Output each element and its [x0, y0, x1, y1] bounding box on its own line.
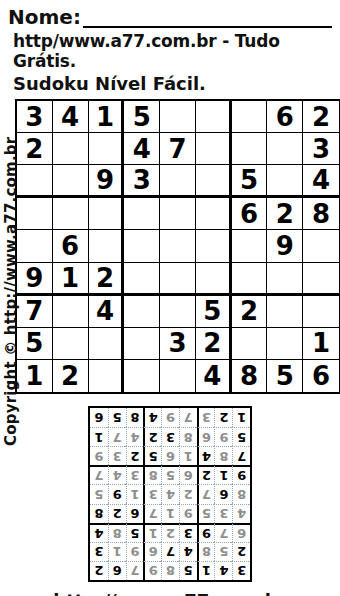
cell-r6c4[interactable]: [124, 263, 160, 296]
cell-r1c3[interactable]: 1: [89, 101, 125, 133]
solution-cell-r6c5: 5: [161, 465, 179, 484]
solution-cell-r1c8: 6: [108, 561, 126, 580]
cell-r1c6[interactable]: [196, 101, 232, 133]
cell-r7c3[interactable]: 4: [89, 296, 125, 328]
solution-grid: 3415897622584769136793215844359176288672…: [88, 406, 252, 582]
cell-r7c6[interactable]: 5: [196, 296, 232, 328]
solution-cell-r3c2: 7: [214, 523, 232, 542]
cell-r6c9[interactable]: [303, 263, 339, 296]
cell-r5c3[interactable]: [89, 230, 125, 262]
solution-cell-r7c7: 2: [126, 446, 144, 465]
solution-cell-r4c7: 6: [126, 504, 144, 523]
solution-cell-r9c5: 9: [161, 408, 179, 427]
solution-cell-r6c6: 8: [143, 465, 161, 484]
solution-cell-r4c6: 7: [143, 504, 161, 523]
solution-cell-r6c7: 3: [126, 465, 144, 484]
cell-r1c2[interactable]: 4: [53, 101, 89, 133]
cell-r5c1[interactable]: [17, 230, 53, 262]
cell-r9c5[interactable]: [160, 360, 196, 392]
cell-r6c7[interactable]: [232, 263, 268, 296]
cell-r4c7[interactable]: 6: [232, 198, 268, 230]
cell-r5c5[interactable]: [160, 230, 196, 262]
solution-cell-r3c5: 2: [161, 523, 179, 542]
cell-r3c1[interactable]: [17, 165, 53, 198]
solution-cell-r1c1: 3: [232, 561, 250, 580]
solution-cell-r8c1: 5: [232, 427, 250, 446]
name-label: Nome:: [8, 6, 81, 28]
solution-cell-r3c8: 8: [108, 523, 126, 542]
solution-cell-r5c9: 5: [90, 484, 108, 503]
solution-cell-r8c3: 6: [197, 427, 215, 446]
cell-r8c6[interactable]: 2: [196, 328, 232, 360]
solution-cell-r2c7: 9: [126, 542, 144, 561]
solution-cell-r2c4: 4: [179, 542, 197, 561]
solution-cell-r1c3: 1: [197, 561, 215, 580]
cell-r8c3[interactable]: [89, 328, 125, 360]
cell-r3c2[interactable]: [53, 165, 89, 198]
puzzle-level-title: Sudoku Nível Fácil.: [13, 73, 340, 94]
cell-r1c4[interactable]: 5: [124, 101, 160, 133]
cell-r9c1[interactable]: 1: [17, 360, 53, 392]
solution-cell-r3c9: 4: [90, 523, 108, 542]
cell-r4c9[interactable]: 8: [303, 198, 339, 230]
solution-cell-r9c3: 3: [197, 408, 215, 427]
cell-r7c1[interactable]: 7: [17, 296, 53, 328]
cell-r3c3[interactable]: 9: [89, 165, 125, 198]
solution-cell-r7c2: 8: [214, 446, 232, 465]
cell-r2c4[interactable]: 4: [124, 133, 160, 165]
solution-cell-r8c9: 1: [90, 427, 108, 446]
cell-r4c5[interactable]: [160, 198, 196, 230]
cell-r2c5[interactable]: 7: [160, 133, 196, 165]
cell-r6c8[interactable]: [267, 263, 303, 296]
cell-r4c8[interactable]: 2: [267, 198, 303, 230]
solution-cell-r8c6: 2: [143, 427, 161, 446]
solution-cell-r3c1: 6: [232, 523, 250, 542]
solution-cell-r2c1: 2: [232, 542, 250, 561]
cell-r6c3[interactable]: 2: [89, 263, 125, 296]
solution-cell-r4c4: 9: [179, 504, 197, 523]
cell-r8c4[interactable]: [124, 328, 160, 360]
solution-cell-r5c2: 6: [214, 484, 232, 503]
cell-r2c3[interactable]: [89, 133, 125, 165]
cell-r2c8[interactable]: [267, 133, 303, 165]
cell-r4c6[interactable]: [196, 198, 232, 230]
cell-r8c7[interactable]: [232, 328, 268, 360]
cell-r6c5[interactable]: [160, 263, 196, 296]
solution-cell-r6c1: 9: [232, 465, 250, 484]
cell-r1c5[interactable]: [160, 101, 196, 133]
solution-cell-r4c9: 8: [90, 504, 108, 523]
cell-r8c9[interactable]: 1: [303, 328, 339, 360]
cell-r1c1[interactable]: 3: [17, 101, 53, 133]
solution-cell-r5c3: 7: [197, 484, 215, 503]
cell-r2c9[interactable]: 3: [303, 133, 339, 165]
solution-cell-r9c8: 5: [108, 408, 126, 427]
solution-cell-r8c5: 3: [161, 427, 179, 446]
solution-cell-r3c6: 1: [143, 523, 161, 542]
cell-r8c1[interactable]: 5: [17, 328, 53, 360]
cell-r6c2[interactable]: 1: [53, 263, 89, 296]
solution-cell-r5c1: 8: [232, 484, 250, 503]
cell-r4c2[interactable]: [53, 198, 89, 230]
cell-r3c9[interactable]: 4: [303, 165, 339, 198]
cell-r7c5[interactable]: [160, 296, 196, 328]
site-title: http/www.a77.com.br - Tudo Grátis.: [13, 31, 340, 71]
solution-cell-r4c1: 4: [232, 504, 250, 523]
cell-r4c4[interactable]: [124, 198, 160, 230]
solution-cell-r3c3: 9: [197, 523, 215, 542]
footer-url: http://www.a77.com.br: [0, 590, 340, 596]
cell-r8c2[interactable]: [53, 328, 89, 360]
solution-cell-r1c9: 2: [90, 561, 108, 580]
solution-cell-r4c5: 1: [161, 504, 179, 523]
solution-cell-r3c7: 5: [126, 523, 144, 542]
solution-cell-r5c6: 3: [143, 484, 161, 503]
cell-r2c7[interactable]: [232, 133, 268, 165]
solution-cell-r7c1: 7: [232, 446, 250, 465]
cell-r3c8[interactable]: [267, 165, 303, 198]
cell-r9c6[interactable]: 4: [196, 360, 232, 392]
solution-cell-r4c3: 5: [197, 504, 215, 523]
solution-cell-r7c8: 3: [108, 446, 126, 465]
cell-r8c8[interactable]: [267, 328, 303, 360]
solution-cell-r9c2: 2: [214, 408, 232, 427]
solution-cell-r8c7: 4: [126, 427, 144, 446]
solution-cell-r2c3: 8: [197, 542, 215, 561]
puzzle-grid: 341562247393546286991274525321124856: [15, 99, 340, 394]
solution-cell-r7c6: 5: [143, 446, 161, 465]
solution-cell-r4c2: 3: [214, 504, 232, 523]
cell-r2c2[interactable]: [53, 133, 89, 165]
cell-r2c6[interactable]: [196, 133, 232, 165]
cell-r9c3[interactable]: [89, 360, 125, 392]
cell-r6c6[interactable]: [196, 263, 232, 296]
cell-r7c7[interactable]: 2: [232, 296, 268, 328]
cell-r7c2[interactable]: [53, 296, 89, 328]
cell-r1c8[interactable]: 6: [267, 101, 303, 133]
solution-cell-r9c7: 8: [126, 408, 144, 427]
cell-r1c7[interactable]: [232, 101, 268, 133]
solution-cell-r2c2: 5: [214, 542, 232, 561]
solution-cell-r1c5: 8: [161, 561, 179, 580]
copyright-text: Copyright © http://www.a77.com.br: [2, 137, 20, 446]
solution-cell-r6c2: 1: [214, 465, 232, 484]
solution-cell-r6c9: 7: [90, 465, 108, 484]
solution-cell-r7c3: 4: [197, 446, 215, 465]
cell-r5c8[interactable]: 9: [267, 230, 303, 262]
name-row: Nome:: [8, 6, 332, 28]
solution-cell-r5c8: 9: [108, 484, 126, 503]
solution-cell-r2c9: 3: [90, 542, 108, 561]
solution-cell-r1c2: 4: [214, 561, 232, 580]
cell-r7c9[interactable]: [303, 296, 339, 328]
solution-cell-r1c4: 5: [179, 561, 197, 580]
cell-r9c9[interactable]: 6: [303, 360, 339, 392]
solution-cell-r7c9: 9: [90, 446, 108, 465]
solution-cell-r9c9: 6: [90, 408, 108, 427]
solution-cell-r8c4: 8: [179, 427, 197, 446]
cell-r5c2[interactable]: 6: [53, 230, 89, 262]
cell-r2c1[interactable]: 2: [17, 133, 53, 165]
cell-r5c6[interactable]: [196, 230, 232, 262]
solution-cell-r3c4: 3: [179, 523, 197, 542]
cell-r9c4[interactable]: [124, 360, 160, 392]
solution-cell-r6c3: 2: [197, 465, 215, 484]
cell-r9c7[interactable]: 8: [232, 360, 268, 392]
cell-r4c1[interactable]: [17, 198, 53, 230]
cell-r1c9[interactable]: 2: [303, 101, 339, 133]
cell-r5c4[interactable]: [124, 230, 160, 262]
cell-r8c5[interactable]: 3: [160, 328, 196, 360]
solution-cell-r9c6: 4: [143, 408, 161, 427]
solution-cell-r8c2: 9: [214, 427, 232, 446]
solution-cell-r5c7: 1: [126, 484, 144, 503]
cell-r6c1[interactable]: 9: [17, 263, 53, 296]
solution-cell-r2c5: 7: [161, 542, 179, 561]
solution-cell-r1c6: 9: [143, 561, 161, 580]
cell-r3c7[interactable]: 5: [232, 165, 268, 198]
solution-cell-r7c5: 6: [161, 446, 179, 465]
cell-r9c8[interactable]: 5: [267, 360, 303, 392]
cell-r7c4[interactable]: [124, 296, 160, 328]
solution-cell-r9c4: 7: [179, 408, 197, 427]
cell-r3c5[interactable]: [160, 165, 196, 198]
solution-cell-r5c5: 4: [161, 484, 179, 503]
solution-cell-r2c8: 1: [108, 542, 126, 561]
cell-r3c6[interactable]: [196, 165, 232, 198]
solution-cell-r6c8: 4: [108, 465, 126, 484]
solution-cell-r7c4: 1: [179, 446, 197, 465]
cell-r4c3[interactable]: [89, 198, 125, 230]
cell-r5c9[interactable]: [303, 230, 339, 262]
solution-cell-r5c4: 2: [179, 484, 197, 503]
cell-r9c2[interactable]: 2: [53, 360, 89, 392]
solution-cell-r2c6: 6: [143, 542, 161, 561]
cell-r3c4[interactable]: 3: [124, 165, 160, 198]
solution-cell-r9c1: 1: [232, 408, 250, 427]
solution-cell-r6c4: 6: [179, 465, 197, 484]
cell-r5c7[interactable]: [232, 230, 268, 262]
solution-cell-r8c8: 7: [108, 427, 126, 446]
solution-cell-r1c7: 7: [126, 561, 144, 580]
solution-cell-r4c8: 2: [108, 504, 126, 523]
cell-r7c8[interactable]: [267, 296, 303, 328]
name-underline[interactable]: [83, 6, 332, 28]
